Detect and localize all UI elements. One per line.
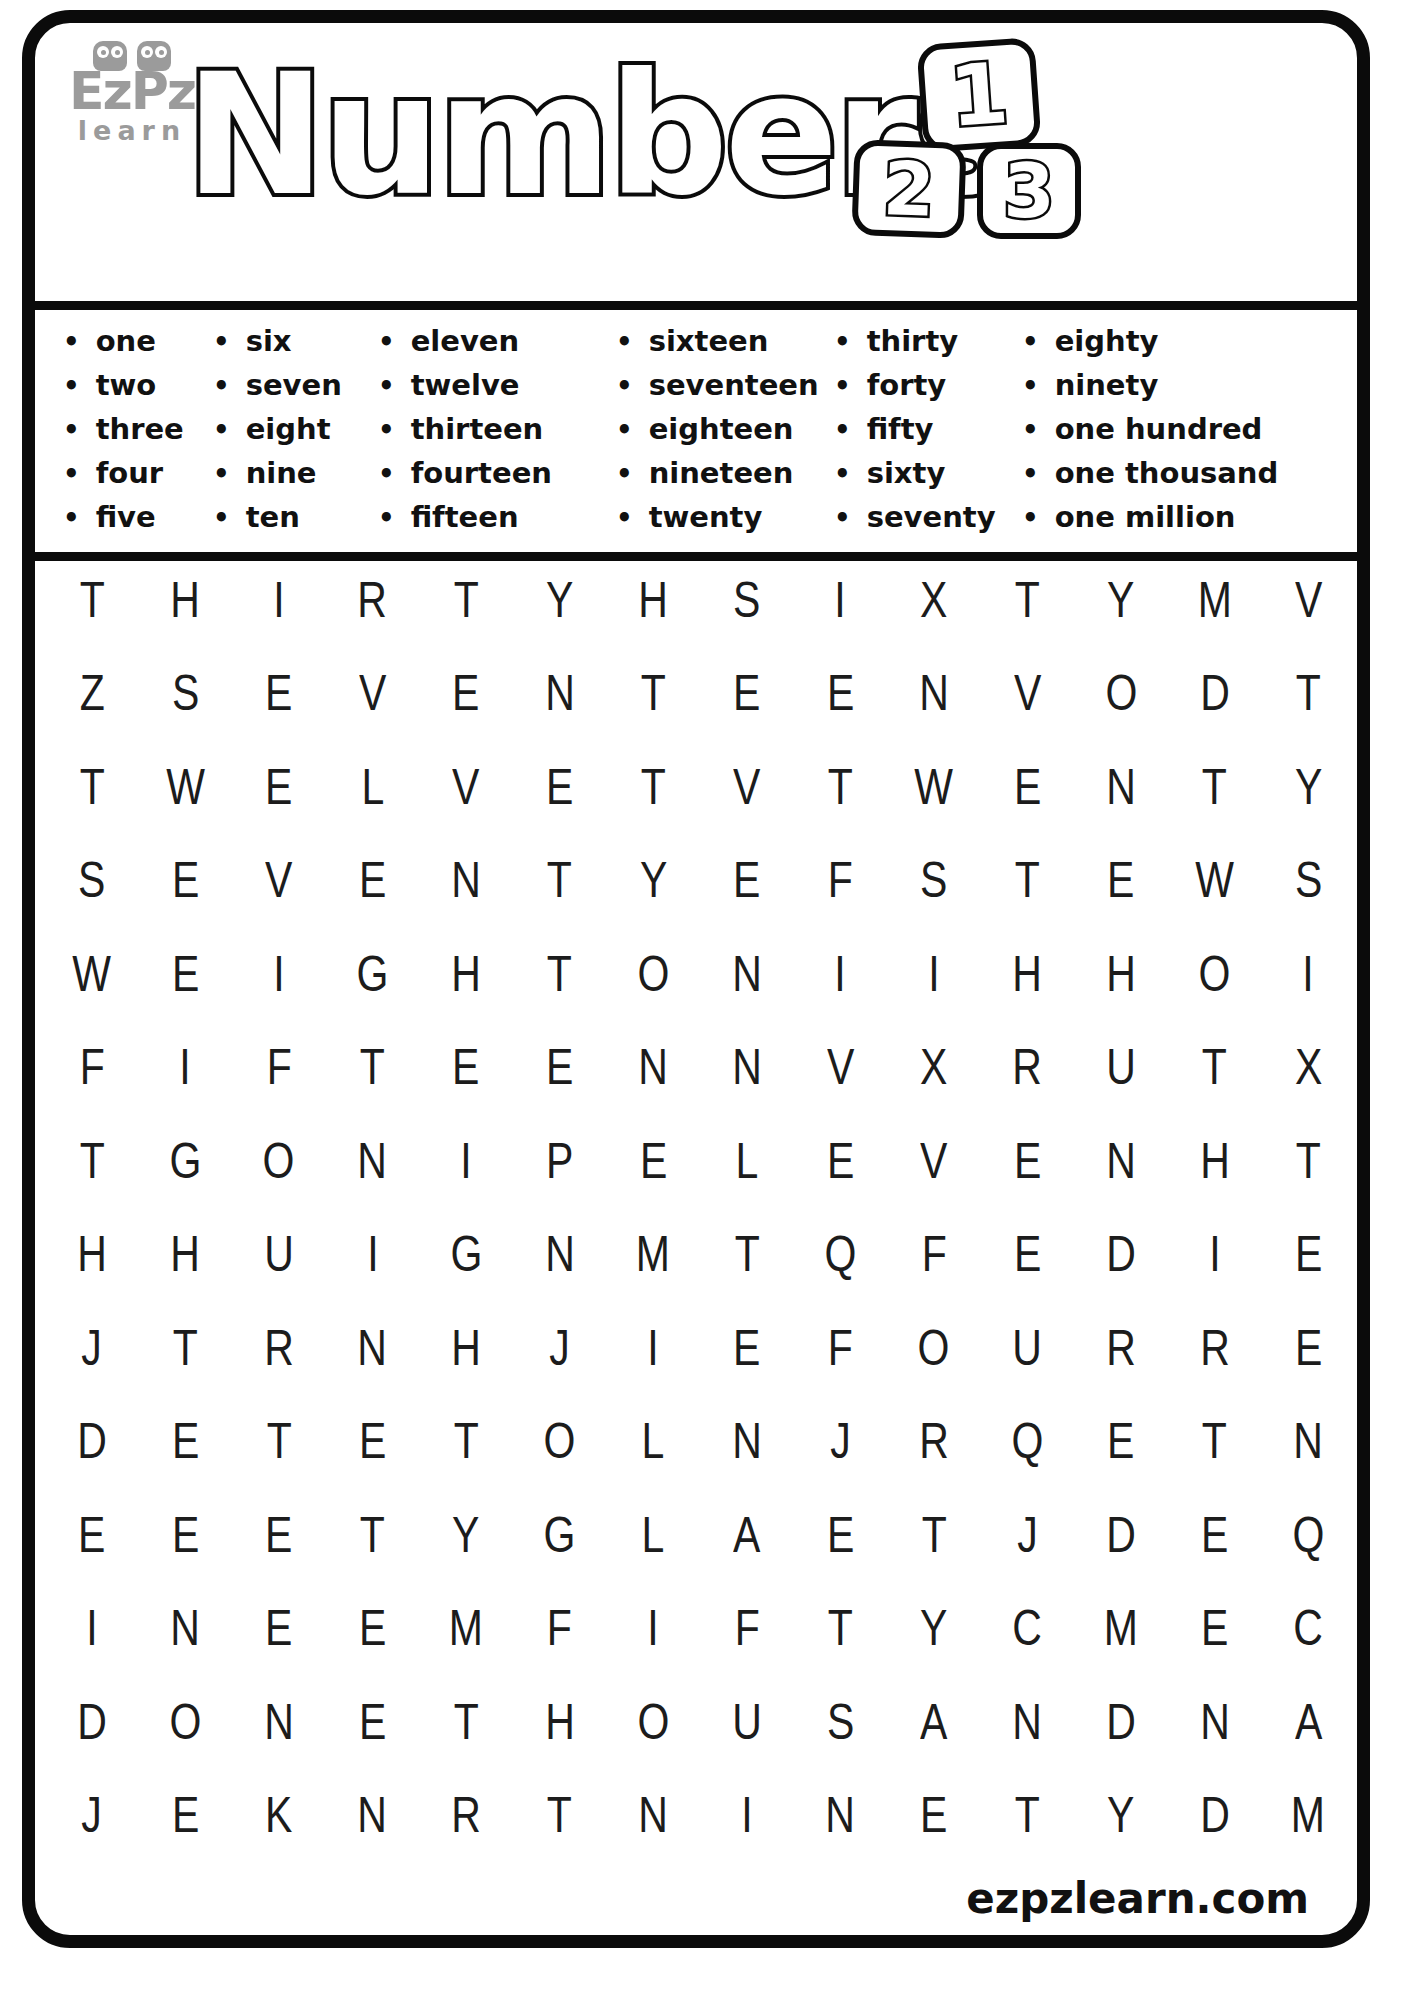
- word-item: •six: [213, 320, 378, 364]
- grid-cell: T: [173, 1323, 198, 1373]
- word-label: eleven: [411, 324, 520, 358]
- grid-cell: N: [545, 668, 575, 718]
- grid-cell: E: [1014, 1229, 1041, 1279]
- bullet-icon: •: [616, 320, 633, 364]
- grid-cell: T: [641, 668, 666, 718]
- grid-cell: H: [77, 1229, 107, 1279]
- grid-cell: H: [1106, 949, 1136, 999]
- grid-cell: S: [733, 575, 760, 625]
- grid-cell: R: [264, 1323, 294, 1373]
- word-item: •fifty: [834, 408, 1022, 452]
- grid-cell: N: [1106, 762, 1136, 812]
- grid-cell: I: [273, 575, 284, 625]
- bullet-icon: •: [213, 452, 230, 496]
- bullet-icon: •: [616, 496, 633, 540]
- grid-cell: V: [265, 855, 292, 905]
- grid-cell: H: [1200, 1136, 1230, 1186]
- website-url: ezpzlearn.com: [966, 1874, 1309, 1923]
- header: EzPz learn Numbers 1 2 3: [35, 23, 1357, 313]
- grid-cell: E: [546, 1042, 573, 1092]
- grid-cell: Y: [546, 575, 573, 625]
- bullet-icon: •: [63, 408, 80, 452]
- word-item: •two: [63, 364, 213, 408]
- grid-cell: I: [648, 1603, 659, 1653]
- grid-cell: T: [547, 949, 572, 999]
- grid-cell: E: [827, 668, 854, 718]
- grid-cell: M: [449, 1603, 483, 1653]
- bullet-icon: •: [63, 364, 80, 408]
- bullet-icon: •: [378, 320, 395, 364]
- word-label: eight: [246, 412, 331, 446]
- grid-cell: E: [733, 668, 760, 718]
- word-item: •five: [63, 496, 213, 540]
- bullet-icon: •: [1022, 364, 1039, 408]
- grid-cell: V: [920, 1136, 947, 1186]
- word-label: eighteen: [649, 412, 794, 446]
- grid-cell: E: [172, 1510, 199, 1560]
- word-label: seven: [246, 368, 342, 402]
- grid-cell: U: [732, 1697, 762, 1747]
- grid-cell: S: [920, 855, 947, 905]
- grid-cell: D: [1200, 668, 1230, 718]
- grid-cell: E: [359, 1416, 386, 1466]
- word-list-column: •thirty•forty•fifty•sixty•seventy: [834, 320, 1022, 540]
- grid-cell: F: [734, 1603, 759, 1653]
- grid-cell: Y: [452, 1510, 479, 1560]
- grid-cell: E: [172, 1416, 199, 1466]
- grid-cell: F: [828, 1323, 853, 1373]
- grid-cell: E: [265, 1510, 292, 1560]
- grid-cell: L: [642, 1416, 665, 1466]
- word-item: •three: [63, 408, 213, 452]
- grid-cell: Y: [640, 855, 667, 905]
- grid-cell: S: [1295, 855, 1322, 905]
- worksheet-frame: EzPz learn Numbers 1 2 3 •one•two•three•…: [22, 10, 1370, 1948]
- bullet-icon: •: [616, 408, 633, 452]
- grid-cell: D: [1106, 1229, 1136, 1279]
- word-list-column: •sixteen•seventeen•eighteen•nineteen•twe…: [616, 320, 834, 540]
- word-label: thirteen: [411, 412, 544, 446]
- grid-cell: E: [172, 855, 199, 905]
- bullet-icon: •: [616, 364, 633, 408]
- grid-cell: N: [638, 1042, 668, 1092]
- grid-cell: U: [1106, 1042, 1136, 1092]
- page-title: Numbers: [185, 51, 885, 219]
- grid-cell: T: [454, 1416, 479, 1466]
- word-list-column: •eleven•twelve•thirteen•fourteen•fifteen: [378, 320, 616, 540]
- grid-cell: T: [266, 1416, 291, 1466]
- block-digit: 1: [946, 44, 1011, 146]
- grid-cell: R: [1200, 1323, 1230, 1373]
- word-item: •one million: [1022, 496, 1357, 540]
- grid-cell: E: [359, 1697, 386, 1747]
- grid-cell: J: [549, 1323, 570, 1373]
- bullet-icon: •: [378, 452, 395, 496]
- bullet-icon: •: [834, 452, 851, 496]
- grid-cell: A: [733, 1510, 760, 1560]
- grid-cell: D: [1106, 1697, 1136, 1747]
- grid-cell: G: [357, 949, 389, 999]
- grid-cell: I: [460, 1136, 471, 1186]
- number-block-3: 3: [977, 143, 1081, 239]
- word-item: •fourteen: [378, 452, 616, 496]
- word-label: fifteen: [411, 500, 519, 534]
- grid-cell: M: [1291, 1790, 1325, 1840]
- word-label: nineteen: [649, 456, 794, 490]
- grid-cell: R: [919, 1416, 949, 1466]
- grid-cell: V: [733, 762, 760, 812]
- grid-cell: H: [1013, 949, 1043, 999]
- bullet-icon: •: [1022, 408, 1039, 452]
- grid-cell: O: [637, 1697, 669, 1747]
- word-item: •twenty: [616, 496, 834, 540]
- grid-cell: R: [1013, 1042, 1043, 1092]
- grid-cell: E: [359, 1603, 386, 1653]
- word-item: •forty: [834, 364, 1022, 408]
- grid-cell: N: [358, 1790, 388, 1840]
- block-digit: 3: [1003, 148, 1055, 234]
- grid-cell: C: [1013, 1603, 1043, 1653]
- word-item: •eleven: [378, 320, 616, 364]
- grid-cell: W: [1195, 855, 1234, 905]
- grid-cell: H: [638, 575, 668, 625]
- grid-cell: T: [547, 855, 572, 905]
- grid-cell: N: [1293, 1416, 1323, 1466]
- grid-cell: T: [1296, 668, 1321, 718]
- word-item: •eighty: [1022, 320, 1357, 364]
- word-item: •fifteen: [378, 496, 616, 540]
- grid-cell: Y: [1107, 575, 1134, 625]
- word-item: •nineteen: [616, 452, 834, 496]
- grid-cell: E: [265, 668, 292, 718]
- grid-cell: N: [358, 1323, 388, 1373]
- word-item: •seven: [213, 364, 378, 408]
- grid-cell: S: [172, 668, 199, 718]
- bullet-icon: •: [213, 408, 230, 452]
- grid-cell: D: [1106, 1510, 1136, 1560]
- grid-cell: T: [734, 1229, 759, 1279]
- word-item: •one: [63, 320, 213, 364]
- word-item: •sixteen: [616, 320, 834, 364]
- grid-cell: X: [920, 575, 947, 625]
- bullet-icon: •: [213, 320, 230, 364]
- word-label: twenty: [649, 500, 763, 534]
- grid-cell: S: [78, 855, 105, 905]
- grid-cell: O: [1199, 949, 1231, 999]
- grid-cell: T: [360, 1042, 385, 1092]
- word-item: •sixty: [834, 452, 1022, 496]
- word-item: •seventy: [834, 496, 1022, 540]
- grid-cell: X: [1295, 1042, 1322, 1092]
- grid-cell: M: [1104, 1603, 1138, 1653]
- word-label: two: [96, 368, 157, 402]
- word-item: •seventeen: [616, 364, 834, 408]
- word-label: sixteen: [649, 324, 769, 358]
- grid-cell: C: [1293, 1603, 1323, 1653]
- grid-cell: O: [1105, 668, 1137, 718]
- grid-cell: I: [648, 1323, 659, 1373]
- grid-cell: D: [77, 1416, 107, 1466]
- grid-cell: L: [361, 762, 384, 812]
- word-item: •four: [63, 452, 213, 496]
- grid-cell: Q: [1292, 1510, 1324, 1560]
- grid-cell: E: [265, 762, 292, 812]
- grid-cell: T: [1202, 1042, 1227, 1092]
- grid-cell: E: [546, 762, 573, 812]
- grid-cell: M: [636, 1229, 670, 1279]
- word-item: •twelve: [378, 364, 616, 408]
- grid-cell: E: [1014, 1136, 1041, 1186]
- grid-cell: W: [915, 762, 954, 812]
- grid-cell: Y: [1107, 1790, 1134, 1840]
- grid-cell: I: [928, 949, 939, 999]
- grid-cell: W: [166, 762, 205, 812]
- grid-cell: I: [835, 575, 846, 625]
- grid-cell: H: [451, 949, 481, 999]
- word-item: •ten: [213, 496, 378, 540]
- grid-cell: G: [450, 1229, 482, 1279]
- grid-cell: R: [451, 1790, 481, 1840]
- grid-cell: I: [367, 1229, 378, 1279]
- word-label: five: [96, 500, 156, 534]
- grid-cell: I: [835, 949, 846, 999]
- grid-cell: G: [169, 1136, 201, 1186]
- word-label: twelve: [411, 368, 520, 402]
- grid-cell: T: [1015, 1790, 1040, 1840]
- grid-cell: N: [732, 1416, 762, 1466]
- grid-cell: E: [1295, 1323, 1322, 1373]
- grid-cell: E: [733, 855, 760, 905]
- grid-cell: E: [172, 1790, 199, 1840]
- word-label: six: [246, 324, 292, 358]
- word-label: fifty: [867, 412, 934, 446]
- word-label: thirty: [867, 324, 959, 358]
- grid-cell: T: [1015, 855, 1040, 905]
- grid-cell: E: [1107, 855, 1134, 905]
- grid-cell: E: [78, 1510, 105, 1560]
- word-label: sixty: [867, 456, 946, 490]
- bullet-icon: •: [378, 364, 395, 408]
- word-item: •one hundred: [1022, 408, 1357, 452]
- grid-cell: E: [1295, 1229, 1322, 1279]
- owl-icon: [93, 41, 127, 71]
- bullet-icon: •: [63, 452, 80, 496]
- word-label: one million: [1055, 500, 1236, 534]
- grid-cell: T: [828, 1603, 853, 1653]
- number-block-1: 1: [916, 37, 1041, 153]
- bullet-icon: •: [616, 452, 633, 496]
- bullet-icon: •: [1022, 452, 1039, 496]
- word-label: nine: [246, 456, 317, 490]
- grid-cell: E: [1201, 1603, 1228, 1653]
- grid-cell: N: [171, 1603, 201, 1653]
- grid-cell: T: [79, 1136, 104, 1186]
- grid-cell: E: [359, 855, 386, 905]
- word-label: one hundred: [1055, 412, 1263, 446]
- word-label: ninety: [1055, 368, 1159, 402]
- word-label: seventeen: [649, 368, 819, 402]
- grid-cell: E: [920, 1790, 947, 1840]
- grid-cell: K: [265, 1790, 292, 1840]
- grid-cell: I: [1209, 1229, 1220, 1279]
- grid-cell: T: [828, 762, 853, 812]
- grid-cell: N: [358, 1136, 388, 1186]
- block-digit: 2: [882, 145, 936, 233]
- word-label: one: [96, 324, 156, 358]
- grid-cell: U: [1013, 1323, 1043, 1373]
- grid-cell: E: [733, 1323, 760, 1373]
- grid-cell: N: [545, 1229, 575, 1279]
- word-label: fourteen: [411, 456, 552, 490]
- grid-cell: E: [265, 1603, 292, 1653]
- grid-cell: I: [741, 1790, 752, 1840]
- grid-cell: O: [637, 949, 669, 999]
- grid-cell: A: [920, 1697, 947, 1747]
- grid-cell: N: [1200, 1697, 1230, 1747]
- grid-cell: H: [545, 1697, 575, 1747]
- grid-cell: F: [547, 1603, 572, 1653]
- grid-cell: E: [827, 1136, 854, 1186]
- grid-cell: T: [921, 1510, 946, 1560]
- owl-icon: [137, 41, 171, 71]
- grid-cell: G: [544, 1510, 576, 1560]
- grid-cell: O: [169, 1697, 201, 1747]
- grid-cell: M: [1198, 575, 1232, 625]
- grid-cell: N: [264, 1697, 294, 1747]
- number-block-2: 2: [851, 139, 966, 239]
- bullet-icon: •: [1022, 320, 1039, 364]
- grid-cell: N: [1013, 1697, 1043, 1747]
- grid-cell: F: [79, 1042, 104, 1092]
- grid-cell: I: [273, 949, 284, 999]
- word-label: eighty: [1055, 324, 1159, 358]
- grid-cell: L: [735, 1136, 758, 1186]
- grid-cell: D: [77, 1697, 107, 1747]
- bullet-icon: •: [834, 496, 851, 540]
- bullet-icon: •: [213, 364, 230, 408]
- grid-cell: P: [546, 1136, 573, 1186]
- grid-cell: O: [918, 1323, 950, 1373]
- word-item: •nine: [213, 452, 378, 496]
- word-item: •thirty: [834, 320, 1022, 364]
- grid-cell: H: [171, 1229, 201, 1279]
- grid-cell: V: [359, 668, 386, 718]
- word-item: •ninety: [1022, 364, 1357, 408]
- grid-cell: H: [171, 575, 201, 625]
- grid-cell: V: [1014, 668, 1041, 718]
- grid-cell: N: [451, 855, 481, 905]
- grid-cell: T: [547, 1790, 572, 1840]
- word-label: forty: [867, 368, 947, 402]
- grid-cell: V: [452, 762, 479, 812]
- grid-cell: I: [86, 1603, 97, 1653]
- grid-cell: Y: [1295, 762, 1322, 812]
- grid-cell: D: [1200, 1790, 1230, 1840]
- grid-cell: N: [919, 668, 949, 718]
- grid-cell: N: [732, 949, 762, 999]
- bullet-icon: •: [63, 320, 80, 364]
- grid-cell: O: [544, 1416, 576, 1466]
- grid-cell: H: [451, 1323, 481, 1373]
- grid-cell: N: [638, 1790, 668, 1840]
- letter-grid: THIRTYHSIXTYMVZSEVENTEENVODTTWELVETVTWEN…: [45, 553, 1355, 1863]
- word-list: •one•two•three•four•five•six•seven•eight…: [35, 301, 1357, 561]
- grid-cell: R: [1106, 1323, 1136, 1373]
- grid-cell: J: [1017, 1510, 1038, 1560]
- grid-cell: R: [358, 575, 388, 625]
- grid-cell: Y: [920, 1603, 947, 1653]
- bullet-icon: •: [1022, 496, 1039, 540]
- bullet-icon: •: [213, 496, 230, 540]
- grid-cell: T: [1202, 762, 1227, 812]
- grid-cell: T: [454, 1697, 479, 1747]
- grid-cell: T: [1296, 1136, 1321, 1186]
- grid-cell: U: [264, 1229, 294, 1279]
- word-item: •eight: [213, 408, 378, 452]
- grid-cell: S: [827, 1697, 854, 1747]
- grid-cell: J: [82, 1790, 103, 1840]
- grid-cell: N: [732, 1042, 762, 1092]
- word-list-column: •six•seven•eight•nine•ten: [213, 320, 378, 540]
- grid-cell: Q: [1012, 1416, 1044, 1466]
- grid-cell: E: [452, 668, 479, 718]
- grid-cell: V: [1295, 575, 1322, 625]
- grid-cell: T: [1015, 575, 1040, 625]
- grid-cell: E: [172, 949, 199, 999]
- grid-cell: F: [266, 1042, 291, 1092]
- grid-cell: N: [1106, 1136, 1136, 1186]
- bullet-icon: •: [834, 408, 851, 452]
- grid-cell: A: [1295, 1697, 1322, 1747]
- bullet-icon: •: [378, 408, 395, 452]
- grid-cell: Q: [824, 1229, 856, 1279]
- grid-cell: I: [180, 1042, 191, 1092]
- word-item: •eighteen: [616, 408, 834, 452]
- grid-cell: X: [920, 1042, 947, 1092]
- word-list-column: •one•two•three•four•five: [63, 320, 213, 540]
- grid-cell: I: [1303, 949, 1314, 999]
- grid-cell: L: [642, 1510, 665, 1560]
- grid-cell: V: [827, 1042, 854, 1092]
- word-label: three: [96, 412, 184, 446]
- word-label: ten: [246, 500, 300, 534]
- grid-cell: W: [72, 949, 111, 999]
- grid-cell: T: [641, 762, 666, 812]
- grid-cell: E: [1107, 1416, 1134, 1466]
- grid-cell: F: [828, 855, 853, 905]
- bullet-icon: •: [378, 496, 395, 540]
- grid-cell: E: [1201, 1510, 1228, 1560]
- grid-cell: E: [452, 1042, 479, 1092]
- grid-cell: T: [79, 575, 104, 625]
- grid-cell: Z: [79, 668, 104, 718]
- word-item: •thirteen: [378, 408, 616, 452]
- bullet-icon: •: [834, 320, 851, 364]
- grid-cell: T: [79, 762, 104, 812]
- word-label: four: [96, 456, 164, 490]
- bullet-icon: •: [834, 364, 851, 408]
- grid-cell: T: [360, 1510, 385, 1560]
- grid-cell: E: [1014, 762, 1041, 812]
- grid-cell: E: [827, 1510, 854, 1560]
- grid-cell: T: [454, 575, 479, 625]
- grid-cell: F: [921, 1229, 946, 1279]
- grid-cell: N: [826, 1790, 856, 1840]
- grid-cell: O: [263, 1136, 295, 1186]
- bullet-icon: •: [63, 496, 80, 540]
- grid-cell: E: [640, 1136, 667, 1186]
- word-list-column: •eighty•ninety•one hundred•one thousand•…: [1022, 320, 1357, 540]
